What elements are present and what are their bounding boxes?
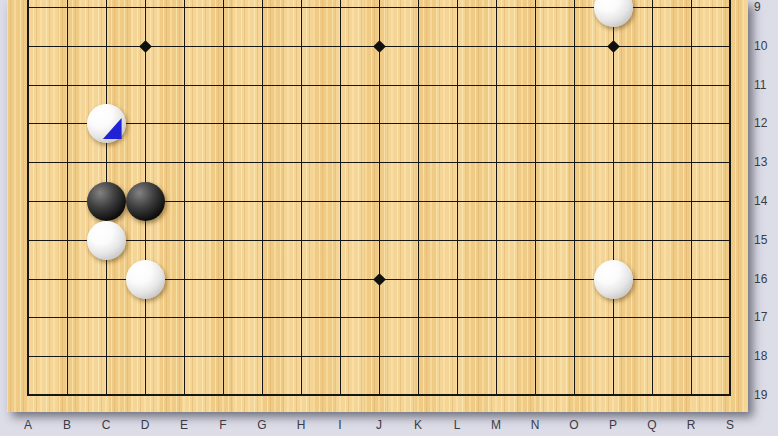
row-label-13: 13	[754, 154, 778, 170]
stone-black-D14[interactable]	[126, 182, 165, 221]
go-board[interactable]	[7, 0, 748, 412]
grid-line-col-I	[340, 0, 341, 396]
grid-line-row-15	[27, 240, 731, 241]
column-label-K: K	[407, 417, 429, 433]
row-label-9: 9	[754, 0, 778, 15]
stone-black-C14[interactable]	[87, 182, 126, 221]
stone-white-D16[interactable]	[126, 260, 165, 299]
grid-line-col-S	[729, 0, 731, 396]
column-label-N: N	[524, 417, 546, 433]
star-point-P10	[607, 40, 620, 53]
row-label-14: 14	[754, 193, 778, 209]
column-label-M: M	[485, 417, 507, 433]
grid-line-col-N	[535, 0, 536, 396]
last-move-triangle-marker	[87, 104, 126, 143]
grid-line-col-G	[262, 0, 263, 396]
column-label-R: R	[680, 417, 702, 433]
column-label-J: J	[368, 417, 390, 433]
column-label-O: O	[563, 417, 585, 433]
column-label-P: P	[602, 417, 624, 433]
column-label-L: L	[446, 417, 468, 433]
star-point-J16	[373, 273, 386, 286]
grid-line-col-R	[691, 0, 692, 396]
row-label-17: 17	[754, 309, 778, 325]
star-point-J10	[373, 40, 386, 53]
column-label-H: H	[290, 417, 312, 433]
row-label-18: 18	[754, 348, 778, 364]
stone-white-P9[interactable]	[594, 0, 633, 27]
go-app-viewport: ABCDEFGHIJKLMNOPQRS910111213141516171819	[0, 0, 778, 436]
row-label-15: 15	[754, 232, 778, 248]
grid-line-col-A	[27, 0, 29, 396]
column-label-A: A	[17, 417, 39, 433]
grid-line-col-E	[184, 0, 185, 396]
column-label-S: S	[719, 417, 741, 433]
grid-line-col-L	[457, 0, 458, 396]
grid-line-row-17	[27, 317, 731, 318]
row-label-10: 10	[754, 38, 778, 54]
stone-white-P16[interactable]	[594, 260, 633, 299]
stone-white-C12[interactable]	[87, 104, 126, 143]
grid-line-row-18	[27, 356, 731, 357]
column-label-C: C	[95, 417, 117, 433]
grid-line-row-11	[27, 85, 731, 86]
grid-line-row-13	[27, 162, 731, 163]
grid-line-col-K	[418, 0, 419, 396]
row-label-12: 12	[754, 115, 778, 131]
grid-line-col-H	[301, 0, 302, 396]
grid-line-col-J	[379, 0, 380, 396]
grid-line-col-F	[223, 0, 224, 396]
column-label-Q: Q	[641, 417, 663, 433]
column-label-B: B	[56, 417, 78, 433]
row-label-16: 16	[754, 271, 778, 287]
grid-line-col-Q	[652, 0, 653, 396]
column-label-F: F	[212, 417, 234, 433]
star-point-D10	[139, 40, 152, 53]
column-label-D: D	[134, 417, 156, 433]
grid-line-col-M	[496, 0, 497, 396]
grid-line-col-P	[613, 0, 614, 396]
row-label-11: 11	[754, 77, 778, 93]
column-label-G: G	[251, 417, 273, 433]
grid-line-col-B	[67, 0, 68, 396]
grid-line-row-19	[27, 394, 731, 396]
column-label-E: E	[173, 417, 195, 433]
stone-white-C15[interactable]	[87, 221, 126, 260]
column-label-I: I	[329, 417, 351, 433]
grid-line-row-12	[27, 123, 731, 124]
grid-line-col-O	[574, 0, 575, 396]
row-label-19: 19	[754, 387, 778, 403]
